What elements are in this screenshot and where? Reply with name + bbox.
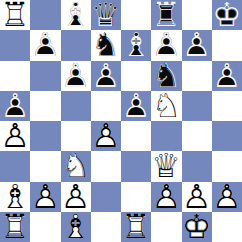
square-f3[interactable]: ♛♕ [151,151,181,181]
black-pawn-glyph: ♟ [31,30,61,60]
white-rook-glyph: ♜ [0,0,30,30]
white-knight-outline: ♘ [152,91,182,121]
black-pawn-glyph: ♟ [152,30,182,60]
black-pawn-glyph: ♟ [91,61,121,91]
square-e2[interactable] [121,182,151,212]
black-pawn-outline: ♙ [182,30,212,60]
square-d7[interactable]: ♞♘ [91,30,121,60]
square-e6[interactable] [121,61,151,91]
square-h5[interactable] [212,91,242,121]
black-queen-outline: ♕ [91,0,121,30]
square-e5[interactable]: ♟♙ [121,91,151,121]
white-pawn: ♟♙ [91,121,121,151]
square-a7[interactable] [0,30,30,60]
white-pawn-outline: ♙ [31,182,61,212]
black-rook-outline: ♖ [152,0,182,30]
black-pawn: ♟♙ [151,30,181,60]
white-king-outline: ♔ [182,212,212,242]
black-bishop-glyph: ♝ [121,30,151,60]
white-rook: ♜♖ [0,0,30,30]
black-queen: ♛♕ [91,0,121,30]
square-e1[interactable]: ♜♖ [121,212,151,242]
white-rook-glyph: ♜ [121,212,151,242]
square-a8[interactable]: ♜♖ [0,0,30,30]
square-d5[interactable] [91,91,121,121]
black-pawn-outline: ♙ [91,61,121,91]
square-a1[interactable]: ♜♖ [0,212,30,242]
square-h6[interactable]: ♟♙ [212,61,242,91]
square-c8[interactable]: ♝♗ [61,0,91,30]
white-pawn-outline: ♙ [91,121,121,151]
black-pawn: ♟♙ [121,91,151,121]
white-rook-outline: ♖ [0,212,30,242]
black-pawn-outline: ♙ [152,30,182,60]
black-bishop: ♝♗ [61,0,91,30]
square-e4[interactable] [121,121,151,151]
square-f7[interactable]: ♟♙ [151,30,181,60]
white-knight: ♞♘ [151,91,181,121]
black-bishop: ♝♗ [121,30,151,60]
square-b8[interactable] [30,0,60,30]
white-pawn-outline: ♙ [182,182,212,212]
white-pawn-outline: ♙ [61,182,91,212]
white-queen-glyph: ♛ [152,151,182,181]
white-rook-outline: ♖ [0,0,30,30]
black-pawn-glyph: ♟ [212,61,242,91]
white-king: ♚♔ [182,212,212,242]
black-pawn: ♟♙ [212,61,242,91]
black-knight: ♞♘ [91,30,121,60]
square-a3[interactable] [0,151,30,181]
white-knight: ♞♘ [61,151,91,181]
black-pawn-glyph: ♟ [0,91,30,121]
chess-board: ♜♖♝♗♛♕♜♖♚♔♟♙♞♘♝♗♟♙♟♙♟♙♟♙♞♘♟♙♟♙♟♙♞♘♟♙♟♙♞♘… [0,0,242,242]
square-f5[interactable]: ♞♘ [151,91,181,121]
black-queen-glyph: ♛ [91,0,121,30]
square-d3[interactable] [91,151,121,181]
square-e3[interactable] [121,151,151,181]
black-rook: ♜♖ [151,0,181,30]
square-g6[interactable] [182,61,212,91]
black-knight-glyph: ♞ [152,61,182,91]
white-pawn: ♟♙ [0,121,30,151]
black-pawn: ♟♙ [182,30,212,60]
square-g2[interactable]: ♟♙ [182,182,212,212]
black-king-glyph: ♚ [212,0,242,30]
square-g4[interactable] [182,121,212,151]
white-knight-glyph: ♞ [152,91,182,121]
black-pawn: ♟♙ [91,61,121,91]
white-pawn: ♟♙ [151,182,181,212]
square-b6[interactable] [30,61,60,91]
square-b1[interactable] [30,212,60,242]
square-g5[interactable] [182,91,212,121]
white-bishop-outline: ♗ [0,182,30,212]
square-f1[interactable] [151,212,181,242]
square-d8[interactable]: ♛♕ [91,0,121,30]
square-c6[interactable]: ♟♙ [61,61,91,91]
square-f4[interactable] [151,121,181,151]
black-pawn-outline: ♙ [0,91,30,121]
white-rook: ♜♖ [0,212,30,242]
square-f8[interactable]: ♜♖ [151,0,181,30]
square-c7[interactable] [61,30,91,60]
black-bishop-glyph: ♝ [61,0,91,30]
black-pawn-outline: ♙ [212,61,242,91]
square-h3[interactable] [212,151,242,181]
square-f2[interactable]: ♟♙ [151,182,181,212]
white-rook-glyph: ♜ [0,212,30,242]
white-pawn-glyph: ♟ [91,121,121,151]
white-pawn-glyph: ♟ [0,121,30,151]
white-pawn-outline: ♙ [0,121,30,151]
white-pawn: ♟♙ [212,182,242,212]
white-pawn-outline: ♙ [152,182,182,212]
black-bishop-outline: ♗ [61,0,91,30]
square-c2[interactable]: ♟♙ [61,182,91,212]
black-pawn-outline: ♙ [61,61,91,91]
square-h8[interactable]: ♚♔ [212,0,242,30]
square-a2[interactable]: ♝♗ [0,182,30,212]
black-bishop-outline: ♗ [121,30,151,60]
white-bishop-outline: ♗ [61,212,91,242]
white-bishop-glyph: ♝ [61,212,91,242]
square-e7[interactable]: ♝♗ [121,30,151,60]
white-pawn-glyph: ♟ [212,182,242,212]
black-knight: ♞♘ [151,61,181,91]
black-knight-glyph: ♞ [91,30,121,60]
square-g1[interactable]: ♚♔ [182,212,212,242]
square-a5[interactable]: ♟♙ [0,91,30,121]
white-bishop: ♝♗ [61,212,91,242]
square-d4[interactable]: ♟♙ [91,121,121,151]
square-c3[interactable]: ♞♘ [61,151,91,181]
white-pawn-glyph: ♟ [182,182,212,212]
square-f6[interactable]: ♞♘ [151,61,181,91]
black-king-outline: ♔ [212,0,242,30]
square-d2[interactable] [91,182,121,212]
black-knight-outline: ♘ [152,61,182,91]
white-bishop: ♝♗ [0,182,30,212]
white-pawn: ♟♙ [182,182,212,212]
white-pawn: ♟♙ [61,182,91,212]
black-knight-outline: ♘ [91,30,121,60]
black-pawn-outline: ♙ [31,30,61,60]
square-b7[interactable]: ♟♙ [30,30,60,60]
white-queen: ♛♕ [151,151,181,181]
square-g8[interactable] [182,0,212,30]
white-pawn: ♟♙ [30,182,60,212]
square-a4[interactable]: ♟♙ [0,121,30,151]
square-a6[interactable] [0,61,30,91]
black-rook-glyph: ♜ [152,0,182,30]
black-pawn: ♟♙ [61,61,91,91]
black-pawn: ♟♙ [0,91,30,121]
black-pawn-glyph: ♟ [61,61,91,91]
white-rook: ♜♖ [121,212,151,242]
black-pawn-outline: ♙ [121,91,151,121]
white-bishop-glyph: ♝ [0,182,30,212]
white-queen-outline: ♕ [152,151,182,181]
black-king: ♚♔ [212,0,242,30]
square-g3[interactable] [182,151,212,181]
black-pawn-glyph: ♟ [121,91,151,121]
square-c4[interactable] [61,121,91,151]
white-pawn-glyph: ♟ [31,182,61,212]
white-pawn-glyph: ♟ [152,182,182,212]
square-c1[interactable]: ♝♗ [61,212,91,242]
square-e8[interactable] [121,0,151,30]
white-knight-glyph: ♞ [61,151,91,181]
square-h1[interactable] [212,212,242,242]
square-d6[interactable]: ♟♙ [91,61,121,91]
square-b4[interactable] [30,121,60,151]
square-h4[interactable] [212,121,242,151]
black-pawn: ♟♙ [30,30,60,60]
square-h7[interactable] [212,30,242,60]
white-pawn-outline: ♙ [212,182,242,212]
white-knight-outline: ♘ [61,151,91,181]
square-b3[interactable] [30,151,60,181]
square-c5[interactable] [61,91,91,121]
square-d1[interactable] [91,212,121,242]
square-b2[interactable]: ♟♙ [30,182,60,212]
white-rook-outline: ♖ [121,212,151,242]
square-g7[interactable]: ♟♙ [182,30,212,60]
square-b5[interactable] [30,91,60,121]
black-pawn-glyph: ♟ [182,30,212,60]
square-h2[interactable]: ♟♙ [212,182,242,212]
white-king-glyph: ♚ [182,212,212,242]
white-pawn-glyph: ♟ [61,182,91,212]
